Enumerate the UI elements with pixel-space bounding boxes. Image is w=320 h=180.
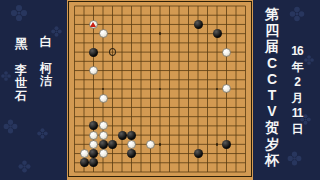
black-stone: [99, 140, 108, 149]
white-stone: [99, 121, 108, 130]
white-stone: [99, 29, 108, 38]
white-stone: [89, 140, 98, 149]
flower-motif: [2, 118, 19, 139]
black-stone: [89, 48, 98, 57]
vertical-char: 杯: [263, 152, 281, 168]
vertical-char: 四: [263, 22, 281, 38]
event-title: 第四届CCTV贺岁杯: [262, 6, 282, 168]
star-point: [159, 143, 161, 145]
black-stone: [127, 131, 136, 140]
white-stone: [127, 140, 136, 149]
white-stone: [89, 66, 98, 75]
circle-marker: [109, 48, 116, 55]
white-color-label: 白: [40, 36, 53, 49]
black-stone: [108, 140, 117, 149]
flower-motif: [36, 126, 49, 144]
flower-motif: [17, 159, 32, 178]
star-point: [159, 32, 161, 34]
white-player-name: 柯洁: [40, 62, 52, 88]
vertical-char: 2: [287, 75, 307, 91]
vertical-char: V: [263, 103, 281, 119]
black-stone: [118, 131, 127, 140]
broadcast-screenshot: 黑 李世石 白 柯洁 第四届CCTV贺岁杯 16年2月11日: [0, 0, 320, 180]
go-board: [67, 0, 253, 180]
vertical-char: 石: [15, 90, 27, 103]
event-date: 16年2月11日: [287, 44, 307, 137]
white-stone: [222, 48, 231, 57]
flower-motif: [9, 3, 29, 27]
black-player-name: 李世石: [15, 64, 27, 103]
triangle-marker: [90, 22, 96, 27]
black-color-label: 黑: [15, 38, 28, 51]
vertical-char: T: [263, 87, 281, 103]
vertical-char: 日: [287, 122, 307, 138]
star-point: [216, 143, 218, 145]
vertical-char: 届: [263, 38, 281, 54]
white-stone: [99, 131, 108, 140]
flower-motif: [286, 150, 303, 171]
vertical-char: 第: [263, 6, 281, 22]
player-black-column: 黑 李世石: [12, 38, 30, 103]
white-stone: [89, 131, 98, 140]
vertical-char: 岁: [263, 136, 281, 152]
black-stone: [194, 20, 203, 29]
vertical-char: 洁: [40, 75, 52, 88]
black-stone: [80, 158, 89, 167]
vertical-char: 11: [287, 106, 307, 122]
player-white-column: 白 柯洁: [37, 36, 55, 88]
white-stone: [99, 149, 108, 158]
vertical-char: C: [263, 71, 281, 87]
black-stone: [89, 149, 98, 158]
black-stone: [213, 29, 222, 38]
flower-motif: [288, 5, 306, 27]
vertical-char: 16: [287, 44, 307, 60]
white-stone: [99, 94, 108, 103]
black-stone: [127, 149, 136, 158]
white-stone: [146, 140, 155, 149]
vertical-char: 年: [287, 60, 307, 76]
vertical-char: 贺: [263, 119, 281, 135]
flower-motif: [0, 68, 12, 86]
vertical-char: 月: [287, 91, 307, 107]
black-stone: [194, 149, 203, 158]
white-stone: [80, 149, 89, 158]
vertical-char: C: [263, 55, 281, 71]
black-stone: [222, 140, 231, 149]
